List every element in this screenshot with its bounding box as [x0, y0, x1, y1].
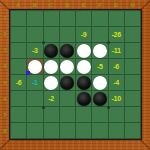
- disc-white: [60, 60, 74, 74]
- row-label-1: 1: [0, 10, 10, 26]
- square-g8[interactable]: [109, 123, 124, 138]
- row-label-3: 3: [0, 42, 10, 58]
- eval-label: -2: [48, 95, 54, 102]
- row-labels: 1 2 3 4 5 6 7 8: [0, 10, 10, 139]
- row-label-2: 2: [0, 26, 10, 42]
- square-g7[interactable]: [109, 107, 124, 122]
- square-e7[interactable]: [76, 107, 91, 122]
- square-g2[interactable]: -26: [109, 27, 124, 42]
- column-label-e: E: [76, 0, 92, 10]
- eval-label: -4: [113, 79, 119, 86]
- square-d2[interactable]: [60, 27, 75, 42]
- row-label-4: 4: [0, 58, 10, 74]
- eval-label: -26: [112, 31, 121, 38]
- eval-label: -3: [32, 47, 38, 54]
- square-h6[interactable]: [125, 91, 140, 106]
- square-h2[interactable]: [125, 27, 140, 42]
- square-g3[interactable]: -11: [109, 43, 124, 58]
- disc-black: [93, 92, 107, 106]
- column-label-g: G: [108, 0, 124, 10]
- square-e2[interactable]: -9: [76, 27, 91, 42]
- square-e5[interactable]: [76, 75, 91, 90]
- square-a4[interactable]: [11, 59, 26, 74]
- square-c1[interactable]: [44, 11, 59, 26]
- disc-black: [77, 92, 91, 106]
- square-a1[interactable]: [11, 11, 26, 26]
- square-a7[interactable]: [11, 107, 26, 122]
- square-a3[interactable]: [11, 43, 26, 58]
- frame-miter: [0, 139, 11, 150]
- square-f1[interactable]: [92, 11, 107, 26]
- square-e8[interactable]: [76, 123, 91, 138]
- square-e4[interactable]: [76, 59, 91, 74]
- row-label-8: 8: [0, 123, 10, 139]
- square-c3[interactable]: [44, 43, 59, 58]
- square-f3[interactable]: [92, 43, 107, 58]
- eval-label: -6: [113, 63, 119, 70]
- square-e1[interactable]: [76, 11, 91, 26]
- square-d7[interactable]: [60, 107, 75, 122]
- disc-white: [93, 44, 107, 58]
- square-f7[interactable]: [92, 107, 107, 122]
- square-f5[interactable]: [92, 75, 107, 90]
- square-b5[interactable]: -1: [27, 75, 42, 90]
- square-h5[interactable]: [125, 75, 140, 90]
- othello-board: -9-26-3-11-5-6-6-1-4-2-10: [10, 10, 141, 139]
- column-label-h: H: [125, 0, 141, 10]
- square-d5[interactable]: [60, 75, 75, 90]
- square-d1[interactable]: [60, 11, 75, 26]
- square-a5[interactable]: -6: [11, 75, 26, 90]
- square-f8[interactable]: [92, 123, 107, 138]
- square-g1[interactable]: [109, 11, 124, 26]
- square-f4[interactable]: -5: [92, 59, 107, 74]
- square-b1[interactable]: [27, 11, 42, 26]
- square-h7[interactable]: [125, 107, 140, 122]
- square-c4[interactable]: [44, 59, 59, 74]
- square-a2[interactable]: [11, 27, 26, 42]
- disc-white: [77, 60, 91, 74]
- column-label-d: D: [59, 0, 75, 10]
- square-g5[interactable]: -4: [109, 75, 124, 90]
- row-label-7: 7: [0, 107, 10, 123]
- square-a8[interactable]: [11, 123, 26, 138]
- eval-label: -10: [112, 95, 121, 102]
- square-f2[interactable]: [92, 27, 107, 42]
- disc-white: [44, 60, 58, 74]
- best-move-eval-label: -1: [32, 79, 38, 86]
- square-b2[interactable]: [27, 27, 42, 42]
- eval-label: -6: [16, 79, 22, 86]
- square-d8[interactable]: [60, 123, 75, 138]
- column-label-b: B: [26, 0, 42, 10]
- square-c2[interactable]: [44, 27, 59, 42]
- disc-black: [44, 44, 58, 58]
- row-label-5: 5: [0, 75, 10, 91]
- square-d4[interactable]: [60, 59, 75, 74]
- frame-miter: [139, 139, 150, 150]
- square-h4[interactable]: [125, 59, 140, 74]
- square-c6[interactable]: -2: [44, 91, 59, 106]
- disc-white: [93, 76, 107, 90]
- eval-label: -5: [97, 63, 103, 70]
- eval-label: -11: [112, 47, 121, 54]
- square-c7[interactable]: [44, 107, 59, 122]
- square-c8[interactable]: [44, 123, 59, 138]
- square-d6[interactable]: [60, 91, 75, 106]
- eval-label: -9: [81, 31, 87, 38]
- last-move-marker: [26, 71, 30, 75]
- square-e6[interactable]: [76, 91, 91, 106]
- square-d3[interactable]: [60, 43, 75, 58]
- column-label-a: A: [10, 0, 26, 10]
- disc-black: [60, 76, 74, 90]
- square-f6[interactable]: [92, 91, 107, 106]
- column-label-f: F: [92, 0, 108, 10]
- square-a6[interactable]: [11, 91, 26, 106]
- square-b7[interactable]: [27, 107, 42, 122]
- square-b6[interactable]: [27, 91, 42, 106]
- square-b8[interactable]: [27, 123, 42, 138]
- column-label-c: C: [43, 0, 59, 10]
- square-h1[interactable]: [125, 11, 140, 26]
- square-b3[interactable]: -3: [27, 43, 42, 58]
- square-c5[interactable]: [44, 75, 59, 90]
- square-h3[interactable]: [125, 43, 140, 58]
- disc-white: [44, 76, 58, 90]
- row-label-6: 6: [0, 91, 10, 107]
- square-g4[interactable]: -6: [109, 59, 124, 74]
- disc-black: [60, 44, 74, 58]
- square-b4[interactable]: [27, 59, 42, 74]
- square-g6[interactable]: -10: [109, 91, 124, 106]
- square-e3[interactable]: [76, 43, 91, 58]
- disc-black: [77, 76, 91, 90]
- disc-white: [77, 44, 91, 58]
- column-labels: A B C D E F G H: [10, 0, 141, 10]
- othello-app-window: A B C D E F G H 1 2 3 4 5 6 7 8 -9-26-3-…: [0, 0, 150, 150]
- square-h8[interactable]: [125, 123, 140, 138]
